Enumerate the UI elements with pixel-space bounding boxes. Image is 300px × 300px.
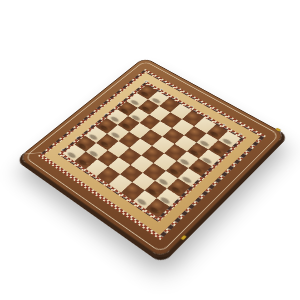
piece-glyph: ♜ (134, 186, 171, 214)
brass-latch-pin (181, 235, 187, 240)
brass-latch-pin (275, 128, 281, 132)
product-photo-background: ♜♟♞♟♝♟♛♟♚♟♝♟♟♞♜♟♟♜♞♟♟♝♟♛♟♚♟♝♟♞♟♜ (0, 0, 300, 300)
chess-board: ♜♟♞♟♝♟♛♟♚♟♝♟♟♞♜♟♟♜♞♟♟♝♟♛♟♚♟♝♟♞♟♜ (18, 57, 286, 259)
board-grid: ♜♟♞♟♝♟♛♟♚♟♝♟♟♞♜♟♟♜♞♟♟♝♟♛♟♚♟♝♟♞♟♜ (63, 85, 241, 218)
square-g4[interactable] (108, 157, 131, 174)
piece-glyph: ♟ (63, 144, 97, 166)
